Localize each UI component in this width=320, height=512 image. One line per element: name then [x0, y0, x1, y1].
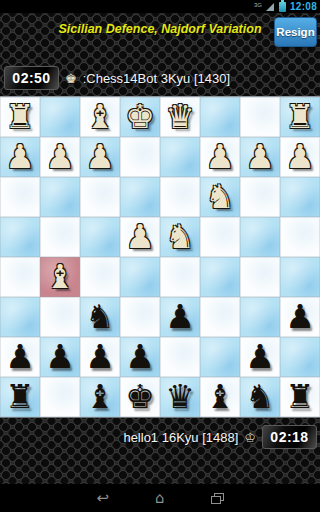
square-f2[interactable]: ♟ [80, 137, 120, 177]
square-c4[interactable] [200, 217, 240, 257]
piece-bK: ♚ [125, 377, 155, 417]
piece-wN: ♞ [205, 177, 235, 217]
square-g6[interactable] [40, 297, 80, 337]
square-e7[interactable]: ♟ [120, 337, 160, 377]
piece-wR: ♜ [285, 97, 315, 137]
opponent-clock: 02:50 [4, 66, 59, 90]
piece-bP: ♟ [245, 337, 275, 377]
piece-bR: ♜ [5, 377, 35, 417]
recents-icon[interactable] [211, 493, 224, 504]
back-icon[interactable]: ↩ [96, 491, 109, 506]
square-h7[interactable]: ♟ [0, 337, 40, 377]
square-b2[interactable]: ♟ [240, 137, 280, 177]
square-h5[interactable] [0, 257, 40, 297]
square-e1[interactable]: ♚ [120, 97, 160, 137]
square-c1[interactable] [200, 97, 240, 137]
piece-wP: ♟ [205, 137, 235, 177]
square-f6[interactable]: ♞ [80, 297, 120, 337]
square-b5[interactable] [240, 257, 280, 297]
square-d3[interactable] [160, 177, 200, 217]
piece-bP: ♟ [85, 337, 115, 377]
piece-wP: ♟ [285, 137, 315, 177]
chess-board[interactable]: ♜♝♚♛♜♟♟♟♟♟♟♞♟♞♝♞♟♟♟♟♟♟♟♜♝♚♛♝♞♜ [0, 96, 320, 418]
piece-wK: ♚ [125, 97, 155, 137]
home-icon[interactable]: ⌂ [155, 491, 165, 506]
square-e6[interactable] [120, 297, 160, 337]
black-king-icon: ♔ [244, 431, 256, 444]
square-g4[interactable] [40, 217, 80, 257]
square-d6[interactable]: ♟ [160, 297, 200, 337]
piece-wP: ♟ [45, 137, 75, 177]
piece-wB: ♝ [45, 257, 75, 297]
piece-bB: ♝ [205, 377, 235, 417]
piece-wN: ♞ [165, 217, 195, 257]
piece-bP: ♟ [45, 337, 75, 377]
status-clock: 12:08 [290, 1, 317, 12]
square-c2[interactable]: ♟ [200, 137, 240, 177]
player-name: hello1 16Kyu [1488] [123, 430, 238, 445]
app-screen: 3G 12:08 Sicilian Defence, Najdorf Varia… [0, 0, 320, 512]
piece-wB: ♝ [85, 97, 115, 137]
piece-bB: ♝ [85, 377, 115, 417]
opponent-name: :Chess14Bot 3Kyu [1430] [83, 71, 230, 86]
square-a7[interactable] [280, 337, 320, 377]
square-c8[interactable]: ♝ [200, 377, 240, 417]
square-f1[interactable]: ♝ [80, 97, 120, 137]
square-g7[interactable]: ♟ [40, 337, 80, 377]
piece-bP: ♟ [125, 337, 155, 377]
square-d5[interactable] [160, 257, 200, 297]
square-a1[interactable]: ♜ [280, 97, 320, 137]
square-h4[interactable] [0, 217, 40, 257]
square-g1[interactable] [40, 97, 80, 137]
piece-bN: ♞ [85, 297, 115, 337]
square-a4[interactable] [280, 217, 320, 257]
square-h2[interactable]: ♟ [0, 137, 40, 177]
android-nav-bar: ↩ ⌂ [0, 484, 320, 512]
square-d1[interactable]: ♛ [160, 97, 200, 137]
square-g3[interactable] [40, 177, 80, 217]
square-g8[interactable] [40, 377, 80, 417]
resign-button[interactable]: Resign [274, 17, 317, 47]
square-c3[interactable]: ♞ [200, 177, 240, 217]
square-h1[interactable]: ♜ [0, 97, 40, 137]
network-type-label: 3G [254, 2, 262, 8]
battery-icon [279, 2, 286, 12]
square-e3[interactable] [120, 177, 160, 217]
square-e2[interactable] [120, 137, 160, 177]
square-a5[interactable] [280, 257, 320, 297]
square-h8[interactable]: ♜ [0, 377, 40, 417]
piece-bR: ♜ [285, 377, 315, 417]
square-b3[interactable] [240, 177, 280, 217]
piece-wP: ♟ [85, 137, 115, 177]
piece-bN: ♞ [245, 377, 275, 417]
square-f7[interactable]: ♟ [80, 337, 120, 377]
piece-bQ: ♛ [165, 377, 195, 417]
square-e4[interactable]: ♟ [120, 217, 160, 257]
square-b6[interactable] [240, 297, 280, 337]
square-f3[interactable] [80, 177, 120, 217]
square-b4[interactable] [240, 217, 280, 257]
square-g5[interactable]: ♝ [40, 257, 80, 297]
opening-title: Sicilian Defence, Najdorf Variation [0, 22, 320, 36]
square-b1[interactable] [240, 97, 280, 137]
opponent-row: 02:50 ♚ :Chess14Bot 3Kyu [1430] [0, 65, 320, 91]
square-h6[interactable] [0, 297, 40, 337]
square-d4[interactable]: ♞ [160, 217, 200, 257]
piece-wQ: ♛ [165, 97, 195, 137]
square-h3[interactable] [0, 177, 40, 217]
square-d2[interactable] [160, 137, 200, 177]
square-c7[interactable] [200, 337, 240, 377]
white-king-icon: ♚ [65, 72, 77, 85]
square-a2[interactable]: ♟ [280, 137, 320, 177]
square-e8[interactable]: ♚ [120, 377, 160, 417]
player-clock: 02:18 [262, 425, 317, 449]
square-g2[interactable]: ♟ [40, 137, 80, 177]
square-c5[interactable] [200, 257, 240, 297]
signal-strength-icon [266, 3, 274, 11]
square-b8[interactable]: ♞ [240, 377, 280, 417]
piece-wR: ♜ [5, 97, 35, 137]
square-a6[interactable]: ♟ [280, 297, 320, 337]
player-row: hello1 16Kyu [1488] ♔ 02:18 [0, 424, 320, 450]
piece-wP: ♟ [245, 137, 275, 177]
square-d7[interactable] [160, 337, 200, 377]
status-bar: 3G 12:08 [0, 0, 320, 13]
square-e5[interactable] [120, 257, 160, 297]
square-f5[interactable] [80, 257, 120, 297]
piece-bP: ♟ [285, 297, 315, 337]
piece-wP: ♟ [5, 137, 35, 177]
square-b7[interactable]: ♟ [240, 337, 280, 377]
square-d8[interactable]: ♛ [160, 377, 200, 417]
square-c6[interactable] [200, 297, 240, 337]
square-a8[interactable]: ♜ [280, 377, 320, 417]
piece-wP: ♟ [125, 217, 155, 257]
square-a3[interactable] [280, 177, 320, 217]
square-f4[interactable] [80, 217, 120, 257]
square-f8[interactable]: ♝ [80, 377, 120, 417]
piece-bP: ♟ [5, 337, 35, 377]
piece-bP: ♟ [165, 297, 195, 337]
